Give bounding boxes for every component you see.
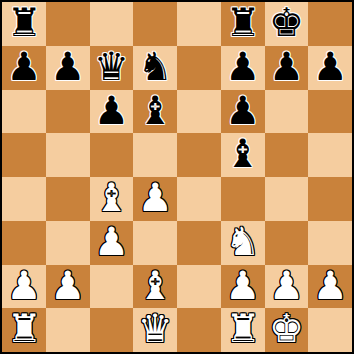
piece-black-pawn[interactable]: ♟ xyxy=(94,90,129,133)
piece-white-bishop[interactable]: ♝ xyxy=(94,177,129,220)
square-b6[interactable] xyxy=(46,90,90,134)
square-g8[interactable]: ♚ xyxy=(265,2,309,46)
piece-black-pawn[interactable]: ♟ xyxy=(225,90,260,133)
piece-white-knight[interactable]: ♞ xyxy=(225,221,260,264)
square-f8[interactable]: ♜ xyxy=(221,2,265,46)
square-b1[interactable] xyxy=(46,308,90,352)
square-a2[interactable]: ♟ xyxy=(2,265,46,309)
square-c5[interactable] xyxy=(90,133,134,177)
piece-black-pawn[interactable]: ♟ xyxy=(269,46,304,89)
square-h8[interactable] xyxy=(308,2,352,46)
square-b5[interactable] xyxy=(46,133,90,177)
piece-black-pawn[interactable]: ♟ xyxy=(313,46,348,89)
square-f6[interactable]: ♟ xyxy=(221,90,265,134)
piece-black-knight[interactable]: ♞ xyxy=(138,46,173,89)
square-d6[interactable]: ♝ xyxy=(133,90,177,134)
square-e5[interactable] xyxy=(177,133,221,177)
piece-black-pawn[interactable]: ♟ xyxy=(225,46,260,89)
piece-black-rook[interactable]: ♜ xyxy=(225,2,260,45)
square-a6[interactable] xyxy=(2,90,46,134)
square-c8[interactable] xyxy=(90,2,134,46)
piece-white-rook[interactable]: ♜ xyxy=(6,308,41,351)
piece-black-queen[interactable]: ♛ xyxy=(94,46,129,89)
square-a3[interactable] xyxy=(2,221,46,265)
square-d2[interactable]: ♝ xyxy=(133,265,177,309)
square-e8[interactable] xyxy=(177,2,221,46)
square-d1[interactable]: ♛ xyxy=(133,308,177,352)
square-e7[interactable] xyxy=(177,46,221,90)
piece-black-pawn[interactable]: ♟ xyxy=(6,46,41,89)
square-g3[interactable] xyxy=(265,221,309,265)
square-d4[interactable]: ♟ xyxy=(133,177,177,221)
piece-black-king[interactable]: ♚ xyxy=(269,2,304,45)
square-f7[interactable]: ♟ xyxy=(221,46,265,90)
square-b7[interactable]: ♟ xyxy=(46,46,90,90)
square-g7[interactable]: ♟ xyxy=(265,46,309,90)
square-b3[interactable] xyxy=(46,221,90,265)
square-h4[interactable] xyxy=(308,177,352,221)
piece-black-pawn[interactable]: ♟ xyxy=(50,46,85,89)
chess-board: ♜♜♚♟♟♛♞♟♟♟♟♝♟♝♝♟♟♞♟♟♝♟♟♟♜♛♜♚ xyxy=(2,2,352,352)
piece-white-pawn[interactable]: ♟ xyxy=(313,265,348,308)
square-h3[interactable] xyxy=(308,221,352,265)
square-c3[interactable]: ♟ xyxy=(90,221,134,265)
square-h6[interactable] xyxy=(308,90,352,134)
square-g5[interactable] xyxy=(265,133,309,177)
piece-white-pawn[interactable]: ♟ xyxy=(269,265,304,308)
square-a5[interactable] xyxy=(2,133,46,177)
square-c4[interactable]: ♝ xyxy=(90,177,134,221)
square-g6[interactable] xyxy=(265,90,309,134)
piece-white-pawn[interactable]: ♟ xyxy=(94,221,129,264)
square-h2[interactable]: ♟ xyxy=(308,265,352,309)
square-h5[interactable] xyxy=(308,133,352,177)
chess-diagram: ♜♜♚♟♟♛♞♟♟♟♟♝♟♝♝♟♟♞♟♟♝♟♟♟♜♛♜♚ xyxy=(0,0,354,354)
square-e2[interactable] xyxy=(177,265,221,309)
piece-white-pawn[interactable]: ♟ xyxy=(6,265,41,308)
piece-white-pawn[interactable]: ♟ xyxy=(50,265,85,308)
square-f3[interactable]: ♞ xyxy=(221,221,265,265)
square-a7[interactable]: ♟ xyxy=(2,46,46,90)
square-c6[interactable]: ♟ xyxy=(90,90,134,134)
square-b8[interactable] xyxy=(46,2,90,46)
square-h1[interactable] xyxy=(308,308,352,352)
piece-black-bishop[interactable]: ♝ xyxy=(138,90,173,133)
piece-white-pawn[interactable]: ♟ xyxy=(138,177,173,220)
piece-white-pawn[interactable]: ♟ xyxy=(225,265,260,308)
square-g2[interactable]: ♟ xyxy=(265,265,309,309)
square-f5[interactable]: ♝ xyxy=(221,133,265,177)
square-b2[interactable]: ♟ xyxy=(46,265,90,309)
square-h7[interactable]: ♟ xyxy=(308,46,352,90)
square-f1[interactable]: ♜ xyxy=(221,308,265,352)
square-d5[interactable] xyxy=(133,133,177,177)
piece-black-rook[interactable]: ♜ xyxy=(6,2,41,45)
square-g4[interactable] xyxy=(265,177,309,221)
square-c2[interactable] xyxy=(90,265,134,309)
square-f4[interactable] xyxy=(221,177,265,221)
square-e1[interactable] xyxy=(177,308,221,352)
square-c1[interactable] xyxy=(90,308,134,352)
square-e6[interactable] xyxy=(177,90,221,134)
piece-white-bishop[interactable]: ♝ xyxy=(138,265,173,308)
square-f2[interactable]: ♟ xyxy=(221,265,265,309)
square-d7[interactable]: ♞ xyxy=(133,46,177,90)
piece-white-rook[interactable]: ♜ xyxy=(225,308,260,351)
square-a8[interactable]: ♜ xyxy=(2,2,46,46)
square-d3[interactable] xyxy=(133,221,177,265)
square-a4[interactable] xyxy=(2,177,46,221)
piece-white-queen[interactable]: ♛ xyxy=(138,308,173,351)
square-d8[interactable] xyxy=(133,2,177,46)
square-b4[interactable] xyxy=(46,177,90,221)
square-a1[interactable]: ♜ xyxy=(2,308,46,352)
square-e3[interactable] xyxy=(177,221,221,265)
piece-black-bishop[interactable]: ♝ xyxy=(225,133,260,176)
square-e4[interactable] xyxy=(177,177,221,221)
square-g1[interactable]: ♚ xyxy=(265,308,309,352)
piece-white-king[interactable]: ♚ xyxy=(269,308,304,351)
square-c7[interactable]: ♛ xyxy=(90,46,134,90)
